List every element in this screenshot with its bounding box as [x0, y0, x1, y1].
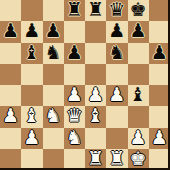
square-g3[interactable] [128, 106, 149, 127]
piece-black-knight-c6[interactable]: ♞ [45, 43, 62, 62]
square-c3[interactable]: ♞ [43, 106, 64, 127]
piece-white-pawn-d4[interactable]: ♟ [66, 85, 83, 104]
square-c2[interactable] [43, 128, 64, 149]
square-f2[interactable] [106, 128, 127, 149]
square-g1[interactable]: ♚ [128, 149, 149, 170]
square-f5[interactable] [106, 64, 127, 85]
square-e1[interactable]: ♜ [85, 149, 106, 170]
square-f6[interactable]: ♞ [106, 43, 127, 64]
square-f7[interactable]: ♟ [106, 21, 127, 42]
square-a8[interactable] [0, 0, 21, 21]
piece-black-knight-f6[interactable]: ♞ [108, 43, 125, 62]
square-h1[interactable] [149, 149, 170, 170]
square-c1[interactable] [43, 149, 64, 170]
square-h5[interactable] [149, 64, 170, 85]
piece-white-knight-c3[interactable]: ♞ [45, 106, 62, 125]
square-g8[interactable]: ♚ [128, 0, 149, 21]
piece-white-pawn-e4[interactable]: ♟ [87, 85, 104, 104]
square-a7[interactable]: ♟ [0, 21, 21, 42]
square-c6[interactable]: ♞ [43, 43, 64, 64]
square-d4[interactable]: ♟ [64, 85, 85, 106]
square-b4[interactable] [21, 85, 42, 106]
square-f4[interactable]: ♟ [106, 85, 127, 106]
square-g4[interactable]: ♝ [128, 85, 149, 106]
square-d2[interactable]: ♞ [64, 128, 85, 149]
square-b5[interactable] [21, 64, 42, 85]
piece-black-pawn-b7[interactable]: ♟ [23, 21, 40, 40]
chess-board: ♜♜♛♚♟♟♟♟♟♝♞♟♞♟♟♟♟♝♟♝♞♛♝♟♞♟♟♜♜♚ [0, 0, 170, 170]
square-g6[interactable] [128, 43, 149, 64]
square-b7[interactable]: ♟ [21, 21, 42, 42]
square-f1[interactable]: ♜ [106, 149, 127, 170]
piece-white-rook-f1[interactable]: ♜ [108, 149, 125, 168]
square-g5[interactable] [128, 64, 149, 85]
square-f8[interactable]: ♛ [106, 0, 127, 21]
piece-white-queen-d3[interactable]: ♛ [66, 106, 83, 125]
square-e7[interactable] [85, 21, 106, 42]
piece-white-bishop-b3[interactable]: ♝ [23, 106, 40, 125]
square-d7[interactable] [64, 21, 85, 42]
square-h7[interactable] [149, 21, 170, 42]
square-e2[interactable] [85, 128, 106, 149]
square-c8[interactable] [43, 0, 64, 21]
square-h2[interactable]: ♟ [149, 128, 170, 149]
piece-black-bishop-b6[interactable]: ♝ [23, 43, 40, 62]
piece-white-pawn-a3[interactable]: ♟ [2, 106, 19, 125]
piece-black-pawn-h6[interactable]: ♟ [151, 43, 168, 62]
square-b1[interactable] [21, 149, 42, 170]
piece-black-pawn-g7[interactable]: ♟ [130, 21, 147, 40]
piece-black-pawn-a7[interactable]: ♟ [2, 21, 19, 40]
square-b2[interactable]: ♟ [21, 128, 42, 149]
square-d6[interactable]: ♟ [64, 43, 85, 64]
square-b8[interactable] [21, 0, 42, 21]
piece-white-pawn-g2[interactable]: ♟ [130, 128, 147, 147]
square-h4[interactable] [149, 85, 170, 106]
square-a1[interactable] [0, 149, 21, 170]
square-c5[interactable] [43, 64, 64, 85]
piece-white-bishop-e3[interactable]: ♝ [87, 106, 104, 125]
square-h3[interactable] [149, 106, 170, 127]
square-c7[interactable]: ♟ [43, 21, 64, 42]
piece-white-pawn-h2[interactable]: ♟ [151, 128, 168, 147]
piece-black-bishop-g4[interactable]: ♝ [130, 85, 147, 104]
piece-white-king-g1[interactable]: ♚ [130, 149, 147, 168]
piece-black-king-g8[interactable]: ♚ [130, 0, 147, 19]
square-a5[interactable] [0, 64, 21, 85]
piece-black-pawn-d6[interactable]: ♟ [66, 43, 83, 62]
square-h6[interactable]: ♟ [149, 43, 170, 64]
square-e4[interactable]: ♟ [85, 85, 106, 106]
chess-app-window: ♜♜♛♚♟♟♟♟♟♝♞♟♞♟♟♟♟♝♟♝♞♛♝♟♞♟♟♜♜♚ [0, 0, 170, 170]
square-g2[interactable]: ♟ [128, 128, 149, 149]
square-a6[interactable] [0, 43, 21, 64]
square-d8[interactable]: ♜ [64, 0, 85, 21]
square-d5[interactable] [64, 64, 85, 85]
square-e3[interactable]: ♝ [85, 106, 106, 127]
square-c4[interactable] [43, 85, 64, 106]
square-e6[interactable] [85, 43, 106, 64]
square-b6[interactable]: ♝ [21, 43, 42, 64]
piece-white-pawn-b2[interactable]: ♟ [23, 128, 40, 147]
piece-white-pawn-f4[interactable]: ♟ [108, 85, 125, 104]
square-e5[interactable] [85, 64, 106, 85]
piece-black-rook-d8[interactable]: ♜ [66, 0, 83, 19]
square-a2[interactable] [0, 128, 21, 149]
piece-black-rook-e8[interactable]: ♜ [87, 0, 104, 19]
square-a4[interactable] [0, 85, 21, 106]
square-b3[interactable]: ♝ [21, 106, 42, 127]
piece-white-knight-d2[interactable]: ♞ [66, 128, 83, 147]
square-f3[interactable] [106, 106, 127, 127]
piece-white-rook-e1[interactable]: ♜ [87, 149, 104, 168]
square-h8[interactable] [149, 0, 170, 21]
piece-black-queen-f8[interactable]: ♛ [108, 0, 125, 19]
piece-black-pawn-c7[interactable]: ♟ [45, 21, 62, 40]
square-d1[interactable] [64, 149, 85, 170]
square-e8[interactable]: ♜ [85, 0, 106, 21]
square-d3[interactable]: ♛ [64, 106, 85, 127]
square-g7[interactable]: ♟ [128, 21, 149, 42]
piece-black-pawn-f7[interactable]: ♟ [108, 21, 125, 40]
square-a3[interactable]: ♟ [0, 106, 21, 127]
